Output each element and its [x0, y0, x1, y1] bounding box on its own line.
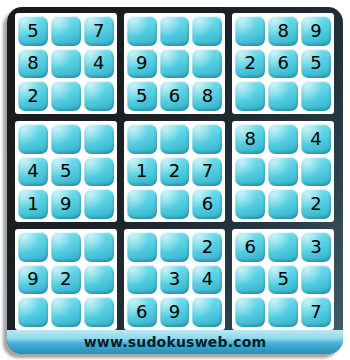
- cell-r7c8[interactable]: [268, 232, 298, 262]
- cell-r7c4[interactable]: [127, 232, 157, 262]
- cell-r2c9[interactable]: 5: [301, 49, 331, 79]
- cell-r1c4[interactable]: [127, 16, 157, 46]
- cell-r3c6[interactable]: 8: [192, 81, 222, 111]
- cell-r5c1[interactable]: 4: [18, 157, 48, 187]
- cell-r5c5[interactable]: 2: [160, 157, 190, 187]
- cell-r1c3[interactable]: 7: [84, 16, 114, 46]
- cell-r9c4[interactable]: 6: [127, 297, 157, 327]
- box-3-3: 6357: [232, 229, 334, 330]
- cell-r5c7[interactable]: [235, 157, 265, 187]
- cell-r7c5[interactable]: [160, 232, 190, 262]
- cell-r6c7[interactable]: [235, 189, 265, 219]
- cell-r6c9[interactable]: 2: [301, 189, 331, 219]
- cell-r5c2[interactable]: 5: [51, 157, 81, 187]
- cell-r8c3[interactable]: [84, 265, 114, 295]
- cell-r1c9[interactable]: 9: [301, 16, 331, 46]
- cell-r9c3[interactable]: [84, 297, 114, 327]
- cell-r5c4[interactable]: 1: [127, 157, 157, 187]
- cell-r2c8[interactable]: 6: [268, 49, 298, 79]
- cell-r1c6[interactable]: [192, 16, 222, 46]
- cell-r8c2[interactable]: 2: [51, 265, 81, 295]
- cell-r2c5[interactable]: [160, 49, 190, 79]
- cell-r9c9[interactable]: 7: [301, 297, 331, 327]
- cell-r8c6[interactable]: 4: [192, 265, 222, 295]
- cell-r4c4[interactable]: [127, 124, 157, 154]
- cell-r5c6[interactable]: 7: [192, 157, 222, 187]
- cell-r9c6[interactable]: [192, 297, 222, 327]
- box-2-3: 842: [232, 121, 334, 222]
- cell-r9c1[interactable]: [18, 297, 48, 327]
- cell-r1c5[interactable]: [160, 16, 190, 46]
- cell-r7c7[interactable]: 6: [235, 232, 265, 262]
- cell-r4c9[interactable]: 4: [301, 124, 331, 154]
- cell-r2c3[interactable]: 4: [84, 49, 114, 79]
- box-1-1: 57842: [15, 13, 117, 114]
- cell-r4c3[interactable]: [84, 124, 114, 154]
- box-1-2: 9568: [124, 13, 226, 114]
- box-1-3: 89265: [232, 13, 334, 114]
- cell-r9c7[interactable]: [235, 297, 265, 327]
- cell-r3c4[interactable]: 5: [127, 81, 157, 111]
- cell-r3c7[interactable]: [235, 81, 265, 111]
- box-2-1: 4519: [15, 121, 117, 222]
- site-url-link[interactable]: www.sudokusweb.com: [84, 334, 267, 350]
- cell-r3c8[interactable]: [268, 81, 298, 111]
- cell-r3c5[interactable]: 6: [160, 81, 190, 111]
- cell-r9c5[interactable]: 9: [160, 297, 190, 327]
- sudoku-widget: 578429568892654519127684292234696357 www…: [7, 7, 343, 354]
- cell-r4c8[interactable]: [268, 124, 298, 154]
- cell-r5c8[interactable]: [268, 157, 298, 187]
- cell-r3c1[interactable]: 2: [18, 81, 48, 111]
- cell-r7c2[interactable]: [51, 232, 81, 262]
- cell-r2c6[interactable]: [192, 49, 222, 79]
- cell-r7c1[interactable]: [18, 232, 48, 262]
- cell-r7c6[interactable]: 2: [192, 232, 222, 262]
- cell-r7c9[interactable]: 3: [301, 232, 331, 262]
- cell-r8c5[interactable]: 3: [160, 265, 190, 295]
- cell-r1c1[interactable]: 5: [18, 16, 48, 46]
- cell-r8c1[interactable]: 9: [18, 265, 48, 295]
- cell-r2c2[interactable]: [51, 49, 81, 79]
- cell-r7c3[interactable]: [84, 232, 114, 262]
- cell-r4c2[interactable]: [51, 124, 81, 154]
- cell-r4c1[interactable]: [18, 124, 48, 154]
- cell-r2c7[interactable]: 2: [235, 49, 265, 79]
- box-3-2: 23469: [124, 229, 226, 330]
- cell-r9c2[interactable]: [51, 297, 81, 327]
- cell-r8c8[interactable]: 5: [268, 265, 298, 295]
- cell-r3c2[interactable]: [51, 81, 81, 111]
- cell-r6c2[interactable]: 9: [51, 189, 81, 219]
- cell-r3c3[interactable]: [84, 81, 114, 111]
- cell-r5c3[interactable]: [84, 157, 114, 187]
- cell-r2c4[interactable]: 9: [127, 49, 157, 79]
- box-3-1: 92: [15, 229, 117, 330]
- cell-r9c8[interactable]: [268, 297, 298, 327]
- cell-r8c9[interactable]: [301, 265, 331, 295]
- cell-r5c9[interactable]: [301, 157, 331, 187]
- footer-bar: www.sudokusweb.com: [7, 330, 343, 354]
- box-2-2: 1276: [124, 121, 226, 222]
- cell-r6c6[interactable]: 6: [192, 189, 222, 219]
- cell-r3c9[interactable]: [301, 81, 331, 111]
- cell-r2c1[interactable]: 8: [18, 49, 48, 79]
- cell-r1c7[interactable]: [235, 16, 265, 46]
- cell-r4c7[interactable]: 8: [235, 124, 265, 154]
- page: 578429568892654519127684292234696357 www…: [0, 0, 350, 360]
- sudoku-board: 578429568892654519127684292234696357: [15, 13, 334, 330]
- cell-r8c4[interactable]: [127, 265, 157, 295]
- cell-r4c5[interactable]: [160, 124, 190, 154]
- cell-r6c8[interactable]: [268, 189, 298, 219]
- cell-r4c6[interactable]: [192, 124, 222, 154]
- cell-r1c2[interactable]: [51, 16, 81, 46]
- cell-r1c8[interactable]: 8: [268, 16, 298, 46]
- cell-r6c5[interactable]: [160, 189, 190, 219]
- cell-r6c4[interactable]: [127, 189, 157, 219]
- cell-r6c3[interactable]: [84, 189, 114, 219]
- cell-r6c1[interactable]: 1: [18, 189, 48, 219]
- cell-r8c7[interactable]: [235, 265, 265, 295]
